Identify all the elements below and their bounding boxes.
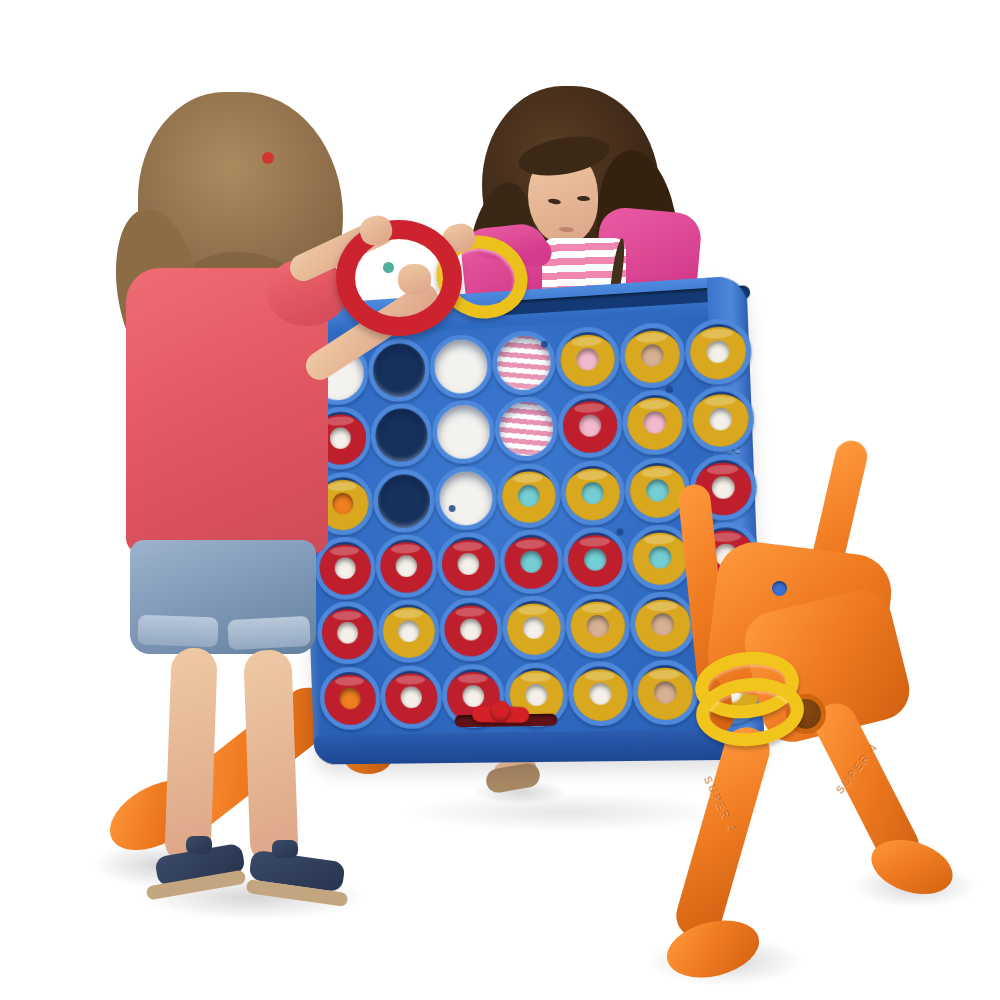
cell-r6c5: ●: [567, 659, 634, 727]
cell-r1c4: [491, 328, 557, 398]
red-disc: ●: [567, 532, 623, 588]
cell-r4c2: ●: [374, 532, 438, 599]
hole-with-disc: ●: [629, 591, 697, 658]
cell-r2c4: [493, 395, 559, 464]
cell-r1c2: [367, 336, 431, 405]
empty-hole: [431, 399, 496, 466]
hole-with-disc: ●: [379, 665, 443, 729]
empty-hole: [370, 402, 434, 468]
hole-with-disc: ●: [564, 593, 631, 659]
hole-with-disc: ●: [377, 599, 441, 664]
yellow-disc: ●: [629, 462, 686, 519]
yellow-disc: ●: [626, 394, 683, 452]
yellow-disc: ●: [382, 604, 436, 659]
cell-r3c4: ●: [496, 461, 562, 530]
yellow-disc: ●: [637, 664, 694, 720]
cell-r1c6: ●: [619, 320, 687, 391]
cell-r5c1: ●: [316, 600, 379, 667]
red-disc: ●: [562, 398, 618, 455]
yellow-disc: ●: [634, 597, 691, 653]
empty-hole: [429, 333, 494, 400]
cell-r5c4: ●: [501, 594, 567, 662]
cell-r2c3: [431, 398, 496, 467]
cell-r6c6: ●: [631, 658, 699, 727]
hole-with-disc: ●: [316, 601, 379, 665]
yellow-disc: ●: [692, 391, 750, 449]
hole-with-disc: ●: [374, 534, 438, 599]
left-child-bracelet: [383, 262, 394, 273]
cell-r2c6: ●: [621, 388, 689, 459]
hole-with-disc: ●: [559, 459, 626, 526]
red-disc: ●: [319, 541, 372, 596]
left-child-shorts-cuff-right: [227, 616, 310, 650]
cell-r4c4: ●: [498, 528, 564, 597]
hole-with-disc: ●: [554, 325, 621, 393]
left-child-left-hand: [398, 264, 431, 295]
hole-with-disc: ●: [684, 317, 753, 386]
hole-with-disc: ●: [557, 392, 624, 460]
yellow-disc: ●: [506, 601, 562, 656]
cell-r1c5: ●: [554, 324, 621, 394]
red-disc: ●: [504, 534, 560, 590]
cell-r1c3: [429, 332, 494, 401]
hole-with-disc: ●: [631, 659, 699, 725]
board-bottom-rail: [314, 729, 766, 765]
yellow-disc: ●: [624, 327, 681, 385]
left-child-ankle-strap-right: [272, 840, 298, 858]
red-disc: ●: [379, 539, 433, 594]
cell-r6c1: ●: [319, 665, 382, 731]
empty-hole: [372, 468, 436, 534]
hole-with-disc: ●: [319, 666, 382, 730]
cell-r5c6: ●: [629, 590, 697, 659]
empty-hole: [491, 329, 557, 397]
yellow-disc: ●: [559, 331, 615, 388]
hole-with-disc: ●: [439, 597, 504, 662]
red-disc: ●: [441, 536, 496, 591]
cell-r5c3: ●: [438, 596, 503, 664]
red-disc: ●: [384, 670, 438, 724]
left-child-leg-left: [164, 647, 218, 864]
yellow-disc: ●: [572, 666, 628, 722]
cell-r2c7: ●: [686, 384, 755, 455]
hole-with-disc: ●: [567, 661, 634, 727]
empty-hole: [494, 396, 560, 463]
red-disc: ●: [321, 606, 374, 660]
yellow-disc: ●: [501, 467, 557, 523]
left-child-hair-clip: [262, 152, 274, 164]
cell-r6c2: ●: [379, 664, 443, 731]
cell-r5c5: ●: [564, 592, 631, 661]
cell-r3c3: [434, 464, 499, 532]
empty-hole: [434, 465, 499, 531]
hole-with-disc: ●: [436, 531, 501, 597]
cell-r3c5: ●: [559, 458, 626, 528]
cell-r5c2: ●: [377, 598, 441, 665]
red-disc: ●: [324, 671, 377, 725]
hole-with-disc: ●: [496, 462, 562, 529]
cell-r4c3: ●: [436, 530, 501, 598]
cell-r2c2: [370, 401, 434, 469]
shadow-board: [400, 792, 730, 832]
left-child-leg-right: [243, 649, 298, 865]
hole-with-disc: ●: [562, 526, 629, 593]
yellow-disc: ●: [565, 465, 621, 522]
scene: SUPER 4 ●●●●●●●●●●●●●●●●●●●●●●●●●●●●●●●●…: [0, 0, 1000, 1000]
base-screw: [772, 581, 787, 596]
red-disc: ●: [444, 602, 499, 657]
left-child-shorts-cuff-left: [138, 615, 219, 648]
yellow-disc: ●: [570, 599, 626, 655]
empty-hole: [367, 337, 431, 404]
cell-r1c7: ●: [684, 316, 753, 388]
hole-with-disc: ●: [686, 385, 755, 454]
yellow-disc: ●: [632, 529, 689, 586]
hole-with-disc: ●: [619, 321, 687, 390]
left-child-ankle-strap-left: [186, 836, 212, 854]
board-grid: ●●●●●●●●●●●●●●●●●●●●●●●●●●●●●●●●●: [307, 319, 723, 732]
yellow-disc: ●: [689, 323, 747, 381]
cell-r3c2: [372, 467, 436, 535]
cell-r2c5: ●: [557, 391, 624, 461]
hole-with-disc: ●: [499, 529, 565, 595]
hole-with-disc: ●: [501, 595, 567, 661]
hole-with-disc: ●: [621, 389, 689, 457]
